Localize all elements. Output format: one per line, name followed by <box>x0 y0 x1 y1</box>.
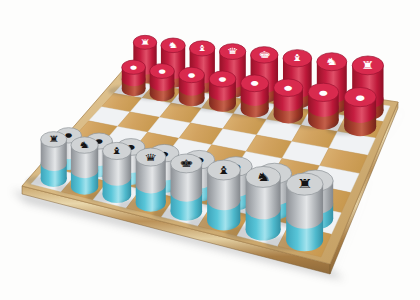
knight-symbol-icon: ♞ <box>255 170 271 183</box>
pawn-symbol-icon: ● <box>319 88 328 96</box>
knight-symbol-icon: ♞ <box>78 140 90 151</box>
rook-symbol-icon: ♜ <box>296 177 313 191</box>
rook-symbol-icon: ♜ <box>361 60 375 72</box>
pawn-symbol-icon: ● <box>130 64 137 70</box>
rook-symbol-icon: ♜ <box>140 38 150 47</box>
bishop-symbol-icon: ♝ <box>197 43 208 53</box>
bishop-symbol-icon: ♝ <box>216 164 231 176</box>
queen-symbol-icon: ♛ <box>144 151 157 163</box>
pawn-symbol-icon: ● <box>355 93 364 102</box>
chess-set-photo: ♜♞♝♛♚♝♞♜●●●●●●●●●●●●●●●●♜♞♝♛♚♝♞♜ <box>0 0 420 300</box>
bishop-symbol-icon: ♝ <box>291 53 304 64</box>
knight-symbol-icon: ♞ <box>325 56 338 68</box>
chessboard: ♜♞♝♛♚♝♞♜●●●●●●●●●●●●●●●●♜♞♝♛♚♝♞♜ <box>0 0 420 300</box>
pawn-symbol-icon: ● <box>251 80 259 87</box>
piece-white-rook-a1: ♜ <box>26 132 67 187</box>
pawn-symbol-icon: ● <box>219 76 227 83</box>
queen-symbol-icon: ♛ <box>227 47 239 57</box>
king-symbol-icon: ♚ <box>179 158 193 170</box>
rook-symbol-icon: ♜ <box>48 134 60 144</box>
bishop-symbol-icon: ♝ <box>110 146 123 157</box>
king-symbol-icon: ♚ <box>258 49 270 60</box>
knight-symbol-icon: ♞ <box>168 41 179 50</box>
piece-black-pawn-a7: ● <box>108 60 145 96</box>
pawn-symbol-icon: ● <box>284 84 293 92</box>
pawn-symbol-icon: ● <box>188 71 196 78</box>
pawn-symbol-icon: ● <box>158 68 165 75</box>
